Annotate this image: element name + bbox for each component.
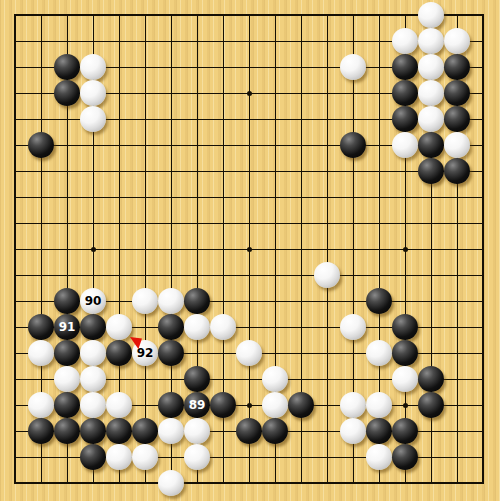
- grid-line-vertical: [482, 14, 484, 484]
- star-point: [247, 403, 252, 408]
- stone-black[interactable]: [106, 418, 132, 444]
- stone-black[interactable]: [392, 418, 418, 444]
- stone-white[interactable]: [262, 366, 288, 392]
- stone-white[interactable]: [392, 366, 418, 392]
- stone-white[interactable]: [392, 132, 418, 158]
- stone-white[interactable]: [366, 444, 392, 470]
- grid-line-vertical: [327, 14, 328, 484]
- star-point: [91, 247, 96, 252]
- stone-white[interactable]: [314, 262, 340, 288]
- stone-white[interactable]: [418, 2, 444, 28]
- stone-white[interactable]: [366, 392, 392, 418]
- stone-black[interactable]: [418, 132, 444, 158]
- stone-white[interactable]: [106, 392, 132, 418]
- stone-white[interactable]: [210, 314, 236, 340]
- stone-black[interactable]: [418, 158, 444, 184]
- go-board: 90919289: [0, 0, 500, 501]
- stone-white[interactable]: [392, 28, 418, 54]
- stone-black[interactable]: [444, 158, 470, 184]
- stone-white[interactable]: [28, 392, 54, 418]
- stone-black[interactable]: [80, 444, 106, 470]
- stone-black[interactable]: [392, 340, 418, 366]
- stone-white[interactable]: [106, 444, 132, 470]
- stone-black[interactable]: [54, 80, 80, 106]
- stone-white[interactable]: [418, 54, 444, 80]
- stone-white[interactable]: [418, 106, 444, 132]
- star-point: [403, 403, 408, 408]
- stone-white[interactable]: [418, 80, 444, 106]
- grid-line-horizontal: [14, 482, 484, 484]
- stone-white[interactable]: [80, 80, 106, 106]
- stone-white[interactable]: 92: [132, 340, 158, 366]
- stone-black[interactable]: [392, 314, 418, 340]
- stone-black[interactable]: [184, 288, 210, 314]
- stone-white[interactable]: 90: [80, 288, 106, 314]
- stone-black[interactable]: [392, 106, 418, 132]
- stone-white[interactable]: [340, 392, 366, 418]
- stone-black[interactable]: [80, 418, 106, 444]
- stone-white[interactable]: [80, 54, 106, 80]
- move-number-label: 91: [54, 314, 80, 340]
- stone-white[interactable]: [366, 340, 392, 366]
- stone-black[interactable]: [418, 366, 444, 392]
- stone-black[interactable]: [28, 418, 54, 444]
- star-point: [247, 91, 252, 96]
- stone-white[interactable]: [132, 444, 158, 470]
- stone-white[interactable]: [340, 54, 366, 80]
- stone-white[interactable]: [184, 444, 210, 470]
- stone-white[interactable]: [184, 314, 210, 340]
- stone-white[interactable]: [184, 418, 210, 444]
- stone-white[interactable]: [80, 340, 106, 366]
- stone-black[interactable]: [184, 366, 210, 392]
- stone-white[interactable]: [80, 366, 106, 392]
- stone-black[interactable]: [28, 132, 54, 158]
- stone-black[interactable]: [418, 392, 444, 418]
- stone-black[interactable]: [158, 340, 184, 366]
- stone-black[interactable]: [366, 288, 392, 314]
- stone-black[interactable]: [158, 314, 184, 340]
- stone-white[interactable]: [80, 392, 106, 418]
- stone-black[interactable]: [54, 418, 80, 444]
- stone-black[interactable]: [80, 314, 106, 340]
- move-number-label: 89: [184, 392, 210, 418]
- stone-white[interactable]: [444, 132, 470, 158]
- stone-white[interactable]: [106, 314, 132, 340]
- stone-black[interactable]: [54, 288, 80, 314]
- stone-white[interactable]: [132, 288, 158, 314]
- stone-black[interactable]: [262, 418, 288, 444]
- stone-white[interactable]: [80, 106, 106, 132]
- stone-black[interactable]: [132, 418, 158, 444]
- star-point: [403, 247, 408, 252]
- stone-black[interactable]: 91: [54, 314, 80, 340]
- stone-black[interactable]: [54, 340, 80, 366]
- stone-black[interactable]: [366, 418, 392, 444]
- stone-white[interactable]: [236, 340, 262, 366]
- stone-black[interactable]: [444, 80, 470, 106]
- stone-black[interactable]: [54, 54, 80, 80]
- stone-white[interactable]: [158, 470, 184, 496]
- stone-black[interactable]: [54, 392, 80, 418]
- stone-black[interactable]: [392, 444, 418, 470]
- stone-black[interactable]: [288, 392, 314, 418]
- stone-black[interactable]: 89: [184, 392, 210, 418]
- stone-black[interactable]: [340, 132, 366, 158]
- stone-white[interactable]: [262, 392, 288, 418]
- grid-line-horizontal: [14, 275, 484, 276]
- stone-white[interactable]: [418, 28, 444, 54]
- stone-white[interactable]: [54, 366, 80, 392]
- stone-white[interactable]: [28, 340, 54, 366]
- stone-black[interactable]: [210, 392, 236, 418]
- stone-black[interactable]: [392, 54, 418, 80]
- stone-white[interactable]: [340, 418, 366, 444]
- stone-black[interactable]: [236, 418, 262, 444]
- stone-white[interactable]: [340, 314, 366, 340]
- stone-black[interactable]: [392, 80, 418, 106]
- stone-black[interactable]: [28, 314, 54, 340]
- stone-white[interactable]: [158, 288, 184, 314]
- stone-black[interactable]: [444, 106, 470, 132]
- stone-white[interactable]: [444, 28, 470, 54]
- stone-black[interactable]: [444, 54, 470, 80]
- stone-black[interactable]: [158, 392, 184, 418]
- stone-white[interactable]: [158, 418, 184, 444]
- star-point: [247, 247, 252, 252]
- move-number-label: 90: [80, 288, 106, 314]
- stone-black[interactable]: [106, 340, 132, 366]
